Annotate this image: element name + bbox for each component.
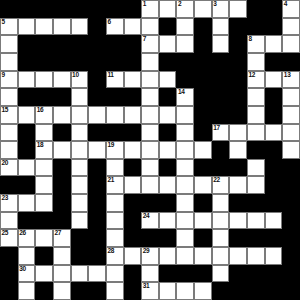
black-cell-r5c11 [194, 88, 212, 106]
white-cell-r4c1[interactable] [18, 71, 36, 89]
black-cell-r9c11 [194, 159, 212, 177]
white-cell-r4c8[interactable] [141, 71, 159, 89]
white-cell-r6c10[interactable] [176, 106, 194, 124]
white-cell-r8c9[interactable] [159, 141, 177, 159]
white-cell-r6c14[interactable] [247, 106, 265, 124]
clue-number-31: 31 [143, 282, 150, 290]
clue-number-10: 10 [72, 71, 79, 79]
white-cell-r8c16[interactable] [282, 141, 300, 159]
clue-number-17: 17 [213, 124, 220, 132]
white-cell-r14c10[interactable] [176, 247, 194, 265]
white-cell-r10c10[interactable] [176, 176, 194, 194]
black-cell-r1c11 [194, 18, 212, 36]
black-cell-r13c15 [265, 229, 283, 247]
white-cell-r9c8[interactable] [141, 159, 159, 177]
black-cell-r1c15 [265, 18, 283, 36]
black-cell-r3c5 [88, 53, 106, 71]
clue-number-4: 4 [284, 0, 287, 8]
white-cell-r4c2[interactable] [35, 71, 53, 89]
white-cell-r10c6[interactable]: 21 [106, 176, 124, 194]
black-cell-r14c5 [88, 247, 106, 265]
white-cell-r6c3[interactable] [53, 106, 71, 124]
white-cell-r16c6[interactable] [106, 282, 124, 300]
white-cell-r9c6[interactable] [106, 159, 124, 177]
white-cell-r7c10[interactable] [176, 124, 194, 142]
white-cell-r14c7[interactable] [124, 247, 142, 265]
white-cell-r10c8[interactable] [141, 176, 159, 194]
black-cell-r12c2 [35, 212, 53, 230]
white-cell-r8c6[interactable]: 19 [106, 141, 124, 159]
black-cell-r13c11 [194, 229, 212, 247]
black-cell-r9c9 [159, 159, 177, 177]
black-cell-r4c12 [212, 71, 230, 89]
white-cell-r3c0[interactable] [0, 53, 18, 71]
white-cell-r6c6[interactable] [106, 106, 124, 124]
black-cell-r2c1 [18, 35, 36, 53]
black-cell-r12c16 [282, 212, 300, 230]
white-cell-r1c4[interactable] [71, 18, 89, 36]
white-cell-r0c10[interactable]: 2 [176, 0, 194, 18]
black-cell-r4c10 [176, 71, 194, 89]
white-cell-r10c13[interactable] [229, 176, 247, 194]
white-cell-r8c11[interactable] [194, 141, 212, 159]
black-cell-r3c3 [53, 53, 71, 71]
white-cell-r15c8[interactable] [141, 265, 159, 283]
white-cell-r6c7[interactable] [124, 106, 142, 124]
white-cell-r4c9[interactable] [159, 71, 177, 89]
black-cell-r0c1 [18, 0, 36, 18]
white-cell-r5c16[interactable] [282, 88, 300, 106]
white-cell-r8c2[interactable]: 18 [35, 141, 53, 159]
black-cell-r13c5 [88, 229, 106, 247]
white-cell-r12c4[interactable] [71, 212, 89, 230]
clue-number-20: 20 [2, 159, 9, 167]
white-cell-r6c1[interactable] [18, 106, 36, 124]
black-cell-r10c3 [53, 176, 71, 194]
black-cell-r10c15 [265, 176, 283, 194]
white-cell-r6c4[interactable] [71, 106, 89, 124]
black-cell-r11c15 [265, 194, 283, 212]
white-cell-r4c0[interactable]: 9 [0, 71, 18, 89]
black-cell-r13c13 [229, 229, 247, 247]
white-cell-r13c3[interactable]: 27 [53, 229, 71, 247]
black-cell-r8c12 [212, 141, 230, 159]
white-cell-r6c2[interactable]: 16 [35, 106, 53, 124]
white-cell-r7c4[interactable] [71, 124, 89, 142]
black-cell-r0c15 [265, 0, 283, 18]
white-cell-r0c9[interactable] [159, 0, 177, 18]
clue-number-18: 18 [37, 141, 44, 149]
white-cell-r11c12[interactable] [212, 194, 230, 212]
white-cell-r15c5[interactable] [88, 265, 106, 283]
white-cell-r4c16[interactable]: 13 [282, 71, 300, 89]
black-cell-r0c14 [247, 0, 265, 18]
clue-number-11: 11 [107, 71, 113, 79]
black-cell-r3c16 [282, 53, 300, 71]
white-cell-r11c1[interactable] [18, 194, 36, 212]
white-cell-r9c10[interactable] [176, 159, 194, 177]
black-cell-r6c12 [212, 106, 230, 124]
clue-number-21: 21 [107, 176, 114, 184]
black-cell-r3c11 [194, 53, 212, 71]
black-cell-r2c13 [229, 35, 247, 53]
black-cell-r0c2 [35, 0, 53, 18]
black-cell-r9c15 [265, 159, 283, 177]
white-cell-r11c0[interactable]: 23 [0, 194, 18, 212]
white-cell-r2c12[interactable] [212, 35, 230, 53]
black-cell-r3c2 [35, 53, 53, 71]
black-cell-r3c9 [159, 53, 177, 71]
black-cell-r13c4 [71, 229, 89, 247]
black-cell-r15c15 [265, 265, 283, 283]
black-cell-r9c16 [282, 159, 300, 177]
crossword-grid: 1234567891011121314151617181920212223242… [0, 0, 300, 300]
white-cell-r0c13[interactable] [229, 0, 247, 18]
black-cell-r15c10 [176, 265, 194, 283]
clue-number-3: 3 [213, 0, 216, 8]
white-cell-r7c16[interactable] [282, 124, 300, 142]
black-cell-r8c1 [18, 141, 36, 159]
black-cell-r5c6 [106, 88, 124, 106]
black-cell-r15c14 [247, 265, 265, 283]
black-cell-r16c4 [71, 282, 89, 300]
white-cell-r9c14[interactable] [247, 159, 265, 177]
white-cell-r13c12[interactable] [212, 229, 230, 247]
black-cell-r15c7 [124, 265, 142, 283]
black-cell-r11c13 [229, 194, 247, 212]
white-cell-r14c1[interactable] [18, 247, 36, 265]
black-cell-r15c11 [194, 265, 212, 283]
white-cell-r13c6[interactable] [106, 229, 124, 247]
black-cell-r5c3 [53, 88, 71, 106]
white-cell-r15c3[interactable] [53, 265, 71, 283]
white-cell-r16c1[interactable] [18, 282, 36, 300]
black-cell-r11c11 [194, 194, 212, 212]
black-cell-r12c1 [18, 212, 36, 230]
black-cell-r11c14 [247, 194, 265, 212]
white-cell-r1c8[interactable] [141, 18, 159, 36]
white-cell-r9c4[interactable] [71, 159, 89, 177]
clue-number-30: 30 [19, 265, 26, 273]
black-cell-r13c7 [124, 229, 142, 247]
white-cell-r1c12[interactable] [212, 18, 230, 36]
white-cell-r7c15[interactable] [265, 124, 283, 142]
black-cell-r0c0 [0, 0, 18, 18]
clue-number-13: 13 [284, 71, 291, 79]
black-cell-r2c11 [194, 35, 212, 53]
white-cell-r12c14[interactable] [247, 212, 265, 230]
white-cell-r10c2[interactable] [35, 176, 53, 194]
white-cell-r3c8[interactable] [141, 53, 159, 71]
white-cell-r1c2[interactable] [35, 18, 53, 36]
white-cell-r9c1[interactable] [18, 159, 36, 177]
clue-number-14: 14 [178, 88, 185, 96]
white-cell-r3c14[interactable] [247, 53, 265, 71]
black-cell-r5c13 [229, 88, 247, 106]
white-cell-r12c8[interactable]: 24 [141, 212, 159, 230]
white-cell-r8c7[interactable] [124, 141, 142, 159]
white-cell-r8c8[interactable] [141, 141, 159, 159]
white-cell-r14c9[interactable] [159, 247, 177, 265]
black-cell-r0c3 [53, 0, 71, 18]
white-cell-r10c14[interactable] [247, 176, 265, 194]
white-cell-r7c13[interactable] [229, 124, 247, 142]
black-cell-r9c13 [229, 159, 247, 177]
clue-number-27: 27 [54, 229, 61, 237]
black-cell-r11c9 [159, 194, 177, 212]
clue-number-12: 12 [249, 71, 256, 79]
white-cell-r12c6[interactable] [106, 212, 124, 230]
white-cell-r1c7[interactable] [124, 18, 142, 36]
black-cell-r2c5 [88, 35, 106, 53]
white-cell-r5c8[interactable] [141, 88, 159, 106]
white-cell-r11c2[interactable] [35, 194, 53, 212]
black-cell-r14c16 [282, 247, 300, 265]
black-cell-r7c6 [106, 124, 124, 142]
black-cell-r11c5 [88, 194, 106, 212]
black-cell-r6c11 [194, 106, 212, 124]
white-cell-r13c10[interactable] [176, 229, 194, 247]
white-cell-r14c13[interactable] [229, 247, 247, 265]
black-cell-r4c13 [229, 71, 247, 89]
black-cell-r9c12 [212, 159, 230, 177]
black-cell-r4c5 [88, 71, 106, 89]
black-cell-r15c0 [0, 265, 18, 283]
clue-number-7: 7 [143, 35, 146, 43]
clue-number-1: 1 [143, 0, 146, 8]
white-cell-r7c12[interactable]: 17 [212, 124, 230, 142]
white-cell-r12c12[interactable] [212, 212, 230, 230]
white-cell-r6c0[interactable]: 15 [0, 106, 18, 124]
black-cell-r3c12 [212, 53, 230, 71]
white-cell-r4c14[interactable]: 12 [247, 71, 265, 89]
black-cell-r2c6 [106, 35, 124, 53]
clue-number-29: 29 [143, 247, 150, 255]
white-cell-r16c9[interactable] [159, 282, 177, 300]
white-cell-r14c12[interactable] [212, 247, 230, 265]
white-cell-r11c6[interactable] [106, 194, 124, 212]
white-cell-r15c12[interactable] [212, 265, 230, 283]
white-cell-r1c10[interactable] [176, 18, 194, 36]
white-cell-r5c14[interactable] [247, 88, 265, 106]
white-cell-r5c10[interactable]: 14 [176, 88, 194, 106]
white-cell-r14c15[interactable] [265, 247, 283, 265]
clue-number-16: 16 [37, 106, 44, 114]
white-cell-r6c16[interactable] [282, 106, 300, 124]
black-cell-r11c7 [124, 194, 142, 212]
white-cell-r15c6[interactable] [106, 265, 124, 283]
black-cell-r13c16 [282, 229, 300, 247]
white-cell-r2c9[interactable] [159, 35, 177, 53]
white-cell-r2c14[interactable]: 8 [247, 35, 265, 53]
white-cell-r4c4[interactable]: 10 [71, 71, 89, 89]
white-cell-r13c2[interactable] [35, 229, 53, 247]
white-cell-r5c0[interactable] [0, 88, 18, 106]
black-cell-r16c0 [0, 282, 18, 300]
white-cell-r12c11[interactable] [194, 212, 212, 230]
black-cell-r5c9 [159, 88, 177, 106]
white-cell-r12c15[interactable] [265, 212, 283, 230]
white-cell-r8c10[interactable] [176, 141, 194, 159]
clue-number-25: 25 [2, 229, 9, 237]
white-cell-r12c0[interactable] [0, 212, 18, 230]
black-cell-r3c1 [18, 53, 36, 71]
white-cell-r1c16[interactable] [282, 18, 300, 36]
clue-number-8: 8 [249, 35, 252, 43]
black-cell-r3c7 [124, 53, 142, 71]
black-cell-r5c7 [124, 88, 142, 106]
black-cell-r1c9 [159, 18, 177, 36]
white-cell-r8c0[interactable] [0, 141, 18, 159]
white-cell-r14c3[interactable] [53, 247, 71, 265]
white-cell-r7c14[interactable] [247, 124, 265, 142]
white-cell-r7c8[interactable] [141, 124, 159, 142]
white-cell-r4c7[interactable] [124, 71, 142, 89]
black-cell-r3c13 [229, 53, 247, 71]
white-cell-r10c12[interactable]: 22 [212, 176, 230, 194]
black-cell-r16c13 [229, 282, 247, 300]
white-cell-r14c14[interactable] [247, 247, 265, 265]
black-cell-r4c11 [194, 71, 212, 89]
white-cell-r6c8[interactable] [141, 106, 159, 124]
black-cell-r16c2 [35, 282, 53, 300]
black-cell-r0c4 [71, 0, 89, 18]
white-cell-r15c2[interactable] [35, 265, 53, 283]
white-cell-r10c9[interactable] [159, 176, 177, 194]
white-cell-r0c11[interactable] [194, 0, 212, 18]
white-cell-r12c9[interactable] [159, 212, 177, 230]
white-cell-r6c5[interactable] [88, 106, 106, 124]
white-cell-r10c11[interactable] [194, 176, 212, 194]
black-cell-r11c3 [53, 194, 71, 212]
black-cell-r6c13 [229, 106, 247, 124]
black-cell-r16c7 [124, 282, 142, 300]
white-cell-r13c1[interactable]: 26 [18, 229, 36, 247]
white-cell-r14c8[interactable]: 29 [141, 247, 159, 265]
black-cell-r10c16 [282, 176, 300, 194]
white-cell-r7c2[interactable] [35, 124, 53, 142]
clue-number-15: 15 [2, 106, 9, 114]
white-cell-r12c10[interactable] [176, 212, 194, 230]
black-cell-r14c2 [35, 247, 53, 265]
white-cell-r16c11[interactable] [194, 282, 212, 300]
black-cell-r10c1 [18, 176, 36, 194]
white-cell-r5c4[interactable] [71, 88, 89, 106]
white-cell-r0c8[interactable]: 1 [141, 0, 159, 18]
black-cell-r13c9 [159, 229, 177, 247]
black-cell-r1c14 [247, 18, 265, 36]
white-cell-r2c0[interactable] [0, 35, 18, 53]
black-cell-r2c4 [71, 35, 89, 53]
black-cell-r1c5 [88, 18, 106, 36]
black-cell-r10c5 [88, 176, 106, 194]
white-cell-r8c5[interactable] [88, 141, 106, 159]
black-cell-r0c7 [124, 0, 142, 18]
black-cell-r5c1 [18, 88, 36, 106]
white-cell-r8c13[interactable] [229, 141, 247, 159]
black-cell-r6c15 [265, 106, 283, 124]
black-cell-r9c5 [88, 159, 106, 177]
black-cell-r14c0 [0, 247, 18, 265]
white-cell-r2c8[interactable]: 7 [141, 35, 159, 53]
white-cell-r14c6[interactable]: 28 [106, 247, 124, 265]
black-cell-r14c4 [71, 247, 89, 265]
white-cell-r1c3[interactable] [53, 18, 71, 36]
white-cell-r0c12[interactable]: 3 [212, 0, 230, 18]
white-cell-r16c10[interactable] [176, 282, 194, 300]
black-cell-r3c15 [265, 53, 283, 71]
white-cell-r4c3[interactable] [53, 71, 71, 89]
black-cell-r9c3 [53, 159, 71, 177]
white-cell-r16c3[interactable] [53, 282, 71, 300]
black-cell-r8c14 [247, 141, 265, 159]
black-cell-r1c13 [229, 18, 247, 36]
white-cell-r13c0[interactable]: 25 [0, 229, 18, 247]
clue-number-9: 9 [2, 71, 5, 79]
white-cell-r14c11[interactable] [194, 247, 212, 265]
white-cell-r0c16[interactable]: 4 [282, 0, 300, 18]
white-cell-r9c2[interactable] [35, 159, 53, 177]
black-cell-r5c5 [88, 88, 106, 106]
white-cell-r8c3[interactable] [53, 141, 71, 159]
white-cell-r11c4[interactable] [71, 194, 89, 212]
white-cell-r6c9[interactable] [159, 106, 177, 124]
clue-number-6: 6 [107, 18, 110, 26]
black-cell-r2c7 [124, 35, 142, 53]
white-cell-r10c4[interactable] [71, 176, 89, 194]
black-cell-r2c3 [53, 35, 71, 53]
white-cell-r12c13[interactable] [229, 212, 247, 230]
white-cell-r11c10[interactable] [176, 194, 194, 212]
clue-number-5: 5 [2, 18, 5, 26]
white-cell-r10c7[interactable] [124, 176, 142, 194]
white-cell-r1c0[interactable]: 5 [0, 18, 18, 36]
black-cell-r7c7 [124, 124, 142, 142]
clue-number-24: 24 [143, 212, 150, 220]
black-cell-r12c7 [124, 212, 142, 230]
white-cell-r9c0[interactable]: 20 [0, 159, 18, 177]
white-cell-r15c4[interactable] [71, 265, 89, 283]
white-cell-r1c6[interactable]: 6 [106, 18, 124, 36]
black-cell-r5c2 [35, 88, 53, 106]
black-cell-r9c7 [124, 159, 142, 177]
clue-number-22: 22 [213, 176, 220, 184]
black-cell-r2c2 [35, 35, 53, 53]
clue-number-26: 26 [19, 229, 26, 237]
white-cell-r8c4[interactable] [71, 141, 89, 159]
white-cell-r16c8[interactable]: 31 [141, 282, 159, 300]
white-cell-r4c15[interactable] [265, 71, 283, 89]
black-cell-r16c5 [88, 282, 106, 300]
black-cell-r5c12 [212, 88, 230, 106]
white-cell-r15c1[interactable]: 30 [18, 265, 36, 283]
clue-number-19: 19 [107, 141, 114, 149]
black-cell-r16c15 [265, 282, 283, 300]
white-cell-r2c16[interactable] [282, 35, 300, 53]
black-cell-r3c4 [71, 53, 89, 71]
white-cell-r2c10[interactable] [176, 35, 194, 53]
white-cell-r2c15[interactable] [265, 35, 283, 53]
black-cell-r10c0 [0, 176, 18, 194]
black-cell-r7c1 [18, 124, 36, 142]
black-cell-r7c5 [88, 124, 106, 142]
white-cell-r1c1[interactable] [18, 18, 36, 36]
black-cell-r0c5 [88, 0, 106, 18]
white-cell-r4c6[interactable]: 11 [106, 71, 124, 89]
black-cell-r15c9 [159, 265, 177, 283]
black-cell-r3c6 [106, 53, 124, 71]
white-cell-r7c0[interactable] [0, 124, 18, 142]
